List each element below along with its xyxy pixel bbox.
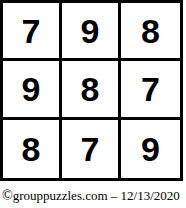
copyright-icon: © bbox=[2, 188, 13, 204]
puzzle-board: 7 9 8 9 8 7 8 7 9 bbox=[0, 0, 183, 181]
copyright-footer: ©grouppuzzles.com – 12/13/2020 bbox=[2, 188, 184, 204]
copyright-text: grouppuzzles.com – 12/13/2020 bbox=[13, 188, 180, 204]
cell-r2c1[interactable]: 9 bbox=[3, 61, 62, 119]
cell-r2c3[interactable]: 7 bbox=[121, 61, 180, 119]
cell-r1c2[interactable]: 9 bbox=[62, 3, 121, 61]
cell-r1c1[interactable]: 7 bbox=[3, 3, 62, 61]
cell-r2c2[interactable]: 8 bbox=[62, 61, 121, 119]
cell-r3c1[interactable]: 8 bbox=[3, 120, 62, 178]
cell-r1c3[interactable]: 8 bbox=[121, 3, 180, 61]
cell-r3c3[interactable]: 9 bbox=[121, 120, 180, 178]
cell-r3c2[interactable]: 7 bbox=[62, 120, 121, 178]
